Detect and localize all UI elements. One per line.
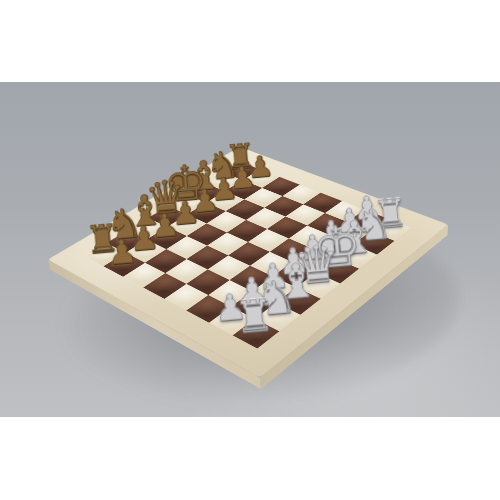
photo-background: ♜♟♟♜♞♟♟♞♝♟♟♝♚♟♟♚♛♟♟♛♝♟♟♝♞♟♟♞♜♟♟♜ — [0, 82, 500, 417]
square-g1 — [353, 231, 395, 254]
photo-page: ♜♟♟♜♞♟♟♞♝♟♟♝♚♟♟♚♛♟♟♛♝♟♟♝♞♟♟♞♜♟♟♜ — [0, 0, 500, 500]
